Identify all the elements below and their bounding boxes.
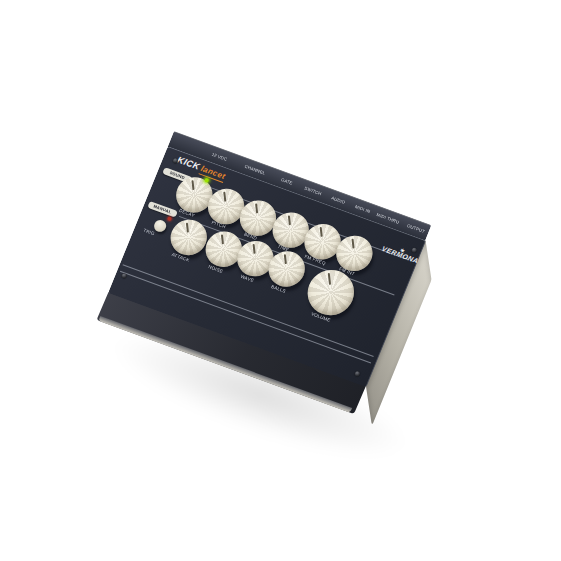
product-photo: 12 VDC CHANNEL GATE SWITCH AUDIO MIDI IN… — [0, 0, 561, 561]
screw-icon — [354, 371, 361, 377]
kick-logo-text: KICK — [176, 154, 201, 171]
trig-led — [167, 216, 172, 221]
screw-icon — [121, 273, 128, 279]
power-led — [204, 178, 209, 183]
screw-icon — [411, 247, 418, 253]
